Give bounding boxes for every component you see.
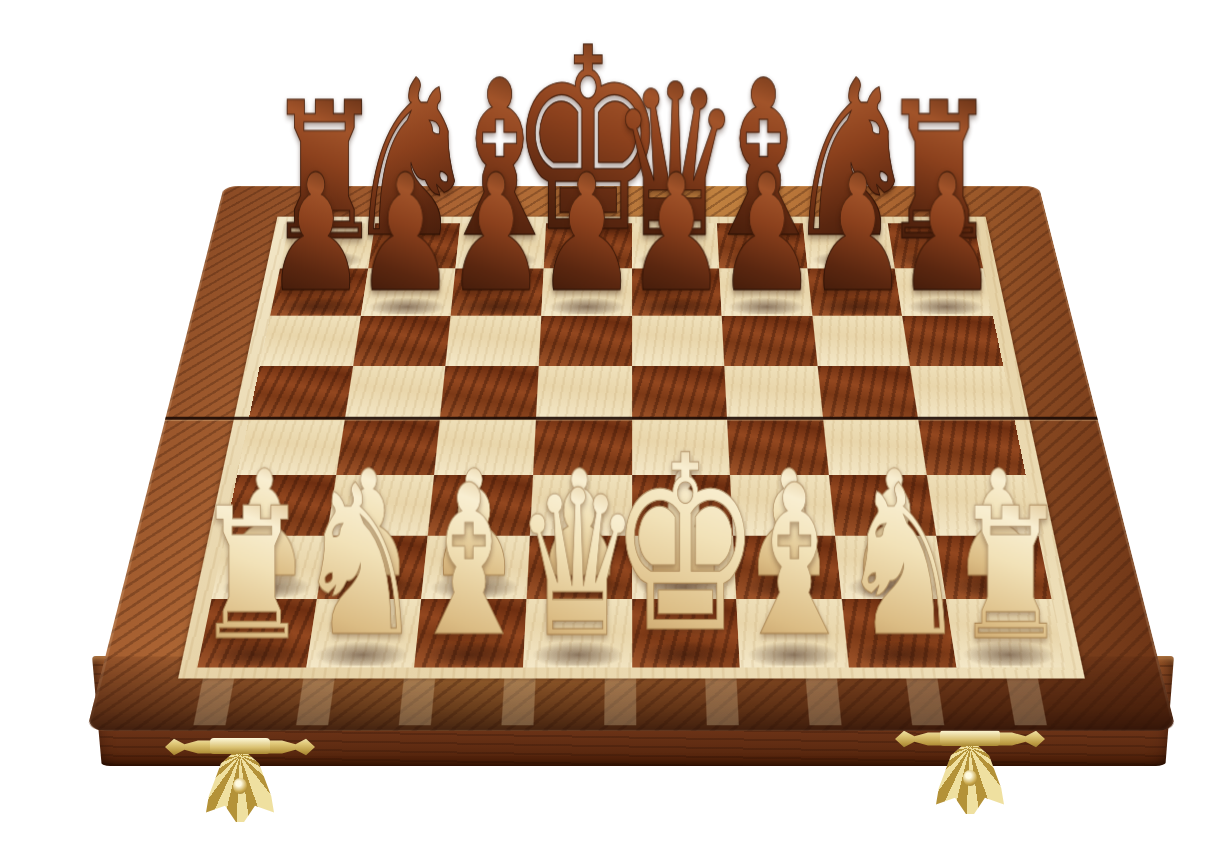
piece-black-pawn-f7[interactable]: ♟ <box>716 153 818 315</box>
piece-black-pawn-g7[interactable]: ♟ <box>806 153 908 315</box>
square-a5[interactable] <box>249 366 353 419</box>
chess-board-grid: ♜♞♝♚♛♝♞♜♟♟♟♟♟♟♟♟♟♟♟♟♟♟♟♟♜♞♝♛♚♝♞♜ <box>197 223 1065 667</box>
square-g1[interactable]: ♞ <box>842 599 958 667</box>
square-e6[interactable] <box>632 316 725 366</box>
square-e1[interactable]: ♚ <box>632 599 741 667</box>
square-h1[interactable]: ♜ <box>947 599 1066 667</box>
square-d6[interactable] <box>539 316 632 366</box>
square-c6[interactable] <box>446 316 542 366</box>
square-g6[interactable] <box>812 316 910 366</box>
board-3d-scene: ♜♞♝♚♛♝♞♜♟♟♟♟♟♟♟♟♟♟♟♟♟♟♟♟♜♞♝♛♚♝♞♜ <box>224 186 1039 806</box>
square-d7[interactable]: ♟ <box>541 268 631 315</box>
square-f7[interactable]: ♟ <box>719 268 812 315</box>
square-g7[interactable]: ♟ <box>807 268 902 315</box>
square-b5[interactable] <box>344 366 445 419</box>
square-c1[interactable]: ♝ <box>414 599 526 667</box>
square-a7[interactable]: ♟ <box>270 268 368 315</box>
square-g5[interactable] <box>817 366 918 419</box>
square-c5[interactable] <box>440 366 538 419</box>
square-h5[interactable] <box>910 366 1014 419</box>
square-a6[interactable] <box>260 316 361 366</box>
square-f1[interactable]: ♝ <box>737 599 849 667</box>
square-e7[interactable]: ♟ <box>632 268 722 315</box>
board-top-surface: ♜♞♝♚♛♝♞♜♟♟♟♟♟♟♟♟♟♟♟♟♟♟♟♟♜♞♝♛♚♝♞♜ <box>87 186 1177 731</box>
piece-black-pawn-a7[interactable]: ♟ <box>265 153 367 315</box>
piece-black-pawn-c7[interactable]: ♟ <box>445 153 547 315</box>
piece-black-pawn-h7[interactable]: ♟ <box>897 153 999 315</box>
piece-black-pawn-e7[interactable]: ♟ <box>626 153 728 315</box>
square-b6[interactable] <box>353 316 451 366</box>
square-h7[interactable]: ♟ <box>895 268 993 315</box>
piece-white-rook-a1[interactable]: ♜ <box>195 484 309 666</box>
square-f6[interactable] <box>722 316 818 366</box>
piece-white-knight-g1[interactable]: ♞ <box>838 458 968 665</box>
square-h6[interactable] <box>903 316 1004 366</box>
piece-black-pawn-d7[interactable]: ♟ <box>536 153 638 315</box>
square-c7[interactable]: ♟ <box>451 268 544 315</box>
square-b7[interactable]: ♟ <box>360 268 455 315</box>
product-photo-stage: ♜♞♝♚♛♝♞♜♟♟♟♟♟♟♟♟♟♟♟♟♟♟♟♟♜♞♝♛♚♝♞♜ <box>0 0 1218 850</box>
piece-black-pawn-b7[interactable]: ♟ <box>355 153 457 315</box>
piece-white-rook-h1[interactable]: ♜ <box>954 484 1068 666</box>
